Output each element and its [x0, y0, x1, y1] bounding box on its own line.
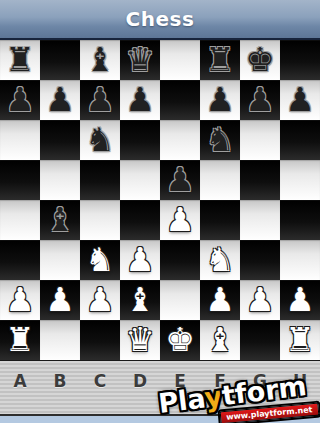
piece-white-n-c3: ♞: [85, 240, 115, 280]
square-g1[interactable]: [240, 320, 280, 360]
piece-black-p-g7: ♟: [245, 80, 275, 120]
square-e2[interactable]: [160, 280, 200, 320]
square-h2[interactable]: ♟: [280, 280, 320, 320]
app-title: Chess: [126, 7, 195, 31]
square-h4[interactable]: [280, 200, 320, 240]
square-f3[interactable]: ♞: [200, 240, 240, 280]
file-label-d: D: [120, 361, 160, 391]
square-c8[interactable]: ♝: [80, 40, 120, 80]
square-h5[interactable]: [280, 160, 320, 200]
square-c5[interactable]: [80, 160, 120, 200]
square-d1[interactable]: ♛: [120, 320, 160, 360]
piece-black-p-a7: ♟: [5, 80, 35, 120]
app-window: Chess ♜♝♛♜♚♟♟♟♟♟♟♟♞♞♟♝♟♞♟♞♟♟♟♝♟♟♟♜♛♚♝♜ A…: [0, 0, 320, 423]
square-e4[interactable]: ♟: [160, 200, 200, 240]
square-g4[interactable]: [240, 200, 280, 240]
square-g6[interactable]: [240, 120, 280, 160]
square-a5[interactable]: [0, 160, 40, 200]
file-label-b: B: [40, 361, 80, 391]
square-c2[interactable]: ♟: [80, 280, 120, 320]
square-e8[interactable]: [160, 40, 200, 80]
piece-black-k-g8: ♚: [245, 40, 275, 80]
square-a7[interactable]: ♟: [0, 80, 40, 120]
square-e7[interactable]: [160, 80, 200, 120]
piece-black-p-f7: ♟: [205, 80, 235, 120]
square-f2[interactable]: ♟: [200, 280, 240, 320]
square-d2[interactable]: ♝: [120, 280, 160, 320]
square-e1[interactable]: ♚: [160, 320, 200, 360]
square-a8[interactable]: ♜: [0, 40, 40, 80]
file-labels-strip: ABCDEFGH: [0, 360, 320, 414]
square-b6[interactable]: [40, 120, 80, 160]
piece-black-n-f6: ♞: [205, 120, 235, 160]
piece-black-q-d8: ♛: [125, 40, 155, 80]
square-c3[interactable]: ♞: [80, 240, 120, 280]
square-d6[interactable]: [120, 120, 160, 160]
piece-white-p-c2: ♟: [85, 280, 115, 320]
square-a6[interactable]: [0, 120, 40, 160]
square-a1[interactable]: ♜: [0, 320, 40, 360]
file-label-g: G: [240, 361, 280, 391]
square-b8[interactable]: [40, 40, 80, 80]
piece-black-b-b4: ♝: [45, 200, 75, 240]
square-b3[interactable]: [40, 240, 80, 280]
bottom-strip: [0, 414, 320, 423]
piece-white-p-d3: ♟: [125, 240, 155, 280]
piece-black-p-c7: ♟: [85, 80, 115, 120]
piece-white-n-f3: ♞: [205, 240, 235, 280]
piece-white-p-e4: ♟: [165, 200, 195, 240]
square-a2[interactable]: ♟: [0, 280, 40, 320]
square-b5[interactable]: [40, 160, 80, 200]
piece-white-p-g2: ♟: [245, 280, 275, 320]
square-c6[interactable]: ♞: [80, 120, 120, 160]
square-d5[interactable]: [120, 160, 160, 200]
square-d7[interactable]: ♟: [120, 80, 160, 120]
piece-white-q-d1: ♛: [125, 320, 155, 360]
piece-white-p-a2: ♟: [5, 280, 35, 320]
square-g3[interactable]: [240, 240, 280, 280]
square-f6[interactable]: ♞: [200, 120, 240, 160]
piece-white-r-h1: ♜: [285, 320, 315, 360]
square-a3[interactable]: [0, 240, 40, 280]
square-h8[interactable]: [280, 40, 320, 80]
square-g5[interactable]: [240, 160, 280, 200]
piece-white-p-b2: ♟: [45, 280, 75, 320]
piece-white-p-f2: ♟: [205, 280, 235, 320]
square-b1[interactable]: [40, 320, 80, 360]
piece-black-p-d7: ♟: [125, 80, 155, 120]
square-f7[interactable]: ♟: [200, 80, 240, 120]
chess-board: ♜♝♛♜♚♟♟♟♟♟♟♟♞♞♟♝♟♞♟♞♟♟♟♝♟♟♟♜♛♚♝♜: [0, 40, 320, 360]
square-c1[interactable]: [80, 320, 120, 360]
piece-white-b-d2: ♝: [125, 280, 155, 320]
piece-black-b-c8: ♝: [85, 40, 115, 80]
file-label-f: F: [200, 361, 240, 391]
piece-black-p-b7: ♟: [45, 80, 75, 120]
piece-white-b-f1: ♝: [205, 320, 235, 360]
square-h1[interactable]: ♜: [280, 320, 320, 360]
square-f1[interactable]: ♝: [200, 320, 240, 360]
piece-white-p-h2: ♟: [285, 280, 315, 320]
file-label-c: C: [80, 361, 120, 391]
square-b2[interactable]: ♟: [40, 280, 80, 320]
square-g8[interactable]: ♚: [240, 40, 280, 80]
square-e5[interactable]: ♟: [160, 160, 200, 200]
piece-black-p-e5: ♟: [165, 160, 195, 200]
square-e6[interactable]: [160, 120, 200, 160]
square-b4[interactable]: ♝: [40, 200, 80, 240]
file-label-a: A: [0, 361, 40, 391]
square-d3[interactable]: ♟: [120, 240, 160, 280]
piece-white-r-a1: ♜: [5, 320, 35, 360]
piece-black-p-h7: ♟: [285, 80, 315, 120]
square-d4[interactable]: [120, 200, 160, 240]
piece-black-r-a8: ♜: [5, 40, 35, 80]
square-c7[interactable]: ♟: [80, 80, 120, 120]
square-h6[interactable]: [280, 120, 320, 160]
square-b7[interactable]: ♟: [40, 80, 80, 120]
square-f8[interactable]: ♜: [200, 40, 240, 80]
square-h3[interactable]: [280, 240, 320, 280]
piece-black-n-c6: ♞: [85, 120, 115, 160]
piece-black-r-f8: ♜: [205, 40, 235, 80]
file-label-h: H: [280, 361, 320, 391]
square-f4[interactable]: [200, 200, 240, 240]
square-d8[interactable]: ♛: [120, 40, 160, 80]
square-a4[interactable]: [0, 200, 40, 240]
square-g7[interactable]: ♟: [240, 80, 280, 120]
square-f5[interactable]: [200, 160, 240, 200]
square-h7[interactable]: ♟: [280, 80, 320, 120]
title-bar: Chess: [0, 0, 320, 40]
piece-white-k-e1: ♚: [165, 320, 195, 360]
square-g2[interactable]: ♟: [240, 280, 280, 320]
file-label-e: E: [160, 361, 200, 391]
square-c4[interactable]: [80, 200, 120, 240]
square-e3[interactable]: [160, 240, 200, 280]
